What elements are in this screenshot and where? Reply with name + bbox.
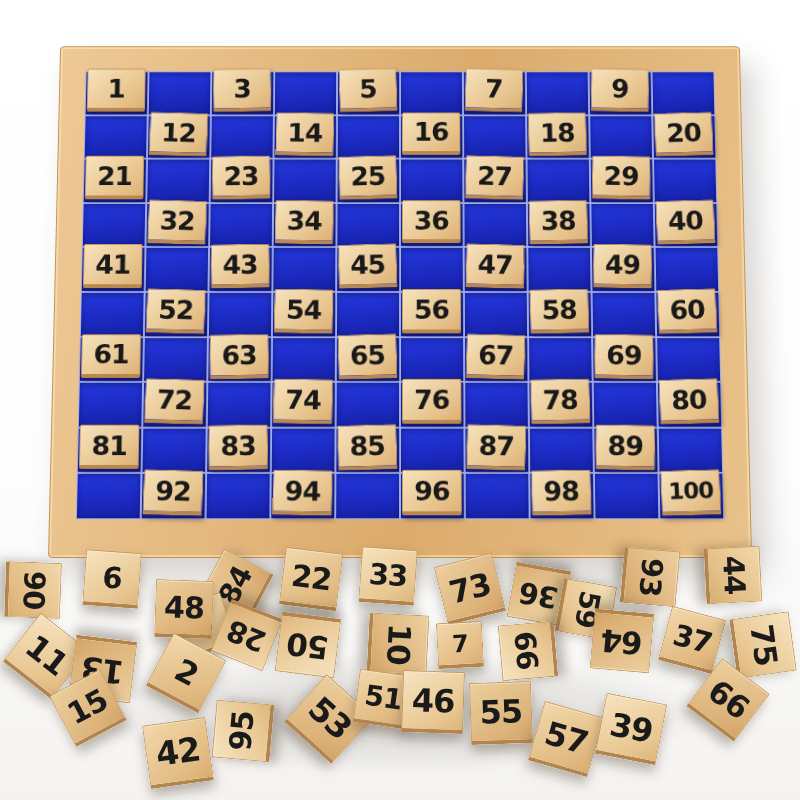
photo-stage: 1357912141618202123252729323436384041434…	[0, 0, 800, 800]
loose-tile-75[interactable]: 75	[729, 611, 797, 679]
loose-tile-33[interactable]: 33	[358, 546, 418, 606]
loose-tile-42[interactable]: 42	[142, 717, 214, 789]
loose-tile-57[interactable]: 57	[528, 701, 605, 778]
loose-tile-93[interactable]: 93	[620, 547, 681, 608]
loose-tile-10[interactable]: 10	[366, 612, 429, 675]
loose-tile-22[interactable]: 22	[279, 547, 344, 612]
loose-tiles-pile: 9068422337336599344848281113250107996437…	[0, 0, 800, 800]
loose-tile-95[interactable]: 95	[212, 700, 275, 763]
loose-tile-44[interactable]: 44	[704, 546, 763, 605]
loose-tile-48[interactable]: 48	[154, 579, 214, 639]
loose-tile-64[interactable]: 64	[589, 608, 654, 673]
loose-tile-7[interactable]: 7	[436, 621, 484, 669]
loose-tile-6[interactable]: 6	[82, 549, 142, 609]
loose-tile-39[interactable]: 39	[595, 693, 668, 766]
loose-tile-50[interactable]: 50	[275, 612, 342, 679]
loose-tile-46[interactable]: 46	[401, 670, 465, 734]
loose-tile-90[interactable]: 90	[4, 561, 62, 619]
loose-tile-73[interactable]: 73	[434, 553, 507, 626]
loose-tile-99[interactable]: 99	[498, 621, 559, 682]
loose-tile-55[interactable]: 55	[469, 681, 533, 745]
